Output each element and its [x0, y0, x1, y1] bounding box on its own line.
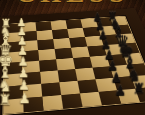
- square-c5[interactable]: [69, 37, 87, 48]
- white-rook-h1[interactable]: ♜: [0, 92, 12, 107]
- board-frame: ♜♞♝♛♚♝♞♜♟♟♟♟♟♟♟♟♟♟♟♟♟♟♟♟♜♞♝♛♚♝♞♜: [0, 8, 145, 115]
- square-d4[interactable]: [55, 48, 73, 60]
- board-grid[interactable]: ♜♞♝♛♚♝♞♜♟♟♟♟♟♟♟♟♟♟♟♟♟♟♟♟♜♞♝♛♚♝♞♜: [2, 16, 145, 115]
- square-f4[interactable]: [58, 69, 78, 82]
- square-c3[interactable]: [37, 39, 54, 50]
- square-g3[interactable]: [41, 82, 61, 96]
- square-h4[interactable]: [61, 93, 82, 108]
- board-scene: ♜♞♝♛♚♝♞♜♟♟♟♟♟♟♟♟♟♟♟♟♟♟♟♟♜♞♝♛♚♝♞♜: [0, 0, 145, 115]
- white-pawn-h2[interactable]: ♟: [18, 91, 30, 105]
- square-e3[interactable]: [39, 59, 58, 72]
- black-rook-h8[interactable]: ♜: [132, 81, 145, 95]
- square-h5[interactable]: [80, 92, 102, 107]
- square-d5[interactable]: [71, 46, 90, 58]
- square-h2[interactable]: ♟: [23, 97, 43, 113]
- chess-board[interactable]: ♜♞♝♛♚♝♞♜♟♟♟♟♟♟♟♟♟♟♟♟♟♟♟♟♜♞♝♛♚♝♞♜: [0, 8, 145, 115]
- black-pawn-h7[interactable]: ♟: [114, 83, 126, 96]
- chess-app-screen: CHESS ♜♞♝♛♚♝♞♜♟♟♟♟♟♟♟♟♟♟♟♟♟♟♟♟♜♞♝♛♚♝♞♜: [0, 0, 145, 115]
- square-h3[interactable]: [42, 95, 63, 110]
- square-h8[interactable]: ♜: [135, 87, 145, 102]
